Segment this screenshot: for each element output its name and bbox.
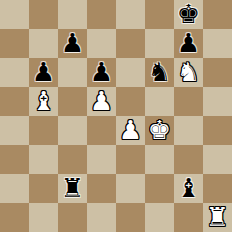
piece-black-pawn[interactable]: ♟ bbox=[61, 29, 84, 58]
square-b8[interactable] bbox=[29, 0, 58, 29]
square-a2[interactable] bbox=[0, 174, 29, 203]
square-c2[interactable]: ♜ bbox=[58, 174, 87, 203]
square-h5[interactable] bbox=[203, 87, 232, 116]
square-h7[interactable] bbox=[203, 29, 232, 58]
square-a8[interactable] bbox=[0, 0, 29, 29]
square-g7[interactable]: ♟ bbox=[174, 29, 203, 58]
square-f3[interactable] bbox=[145, 145, 174, 174]
square-g4[interactable] bbox=[174, 116, 203, 145]
square-c6[interactable] bbox=[58, 58, 87, 87]
square-d2[interactable] bbox=[87, 174, 116, 203]
square-g6[interactable]: ♞ bbox=[174, 58, 203, 87]
square-f5[interactable] bbox=[145, 87, 174, 116]
piece-white-king[interactable]: ♚ bbox=[148, 116, 171, 145]
square-e5[interactable] bbox=[116, 87, 145, 116]
square-b2[interactable] bbox=[29, 174, 58, 203]
square-d7[interactable] bbox=[87, 29, 116, 58]
piece-black-rook[interactable]: ♜ bbox=[61, 174, 84, 203]
chess-board: ♚♟♟♟♟♞♞♝♟♟♚♜♝♜ bbox=[0, 0, 232, 232]
square-d5[interactable]: ♟ bbox=[87, 87, 116, 116]
square-d8[interactable] bbox=[87, 0, 116, 29]
piece-white-pawn[interactable]: ♟ bbox=[90, 87, 113, 116]
square-c8[interactable] bbox=[58, 0, 87, 29]
square-a7[interactable] bbox=[0, 29, 29, 58]
square-f7[interactable] bbox=[145, 29, 174, 58]
square-e2[interactable] bbox=[116, 174, 145, 203]
square-c1[interactable] bbox=[58, 203, 87, 232]
piece-white-pawn[interactable]: ♟ bbox=[119, 116, 142, 145]
piece-black-bishop[interactable]: ♝ bbox=[177, 174, 200, 203]
square-f4[interactable]: ♚ bbox=[145, 116, 174, 145]
square-d6[interactable]: ♟ bbox=[87, 58, 116, 87]
piece-white-knight[interactable]: ♞ bbox=[177, 58, 200, 87]
square-e6[interactable] bbox=[116, 58, 145, 87]
square-c7[interactable]: ♟ bbox=[58, 29, 87, 58]
square-b7[interactable] bbox=[29, 29, 58, 58]
square-f6[interactable]: ♞ bbox=[145, 58, 174, 87]
square-c5[interactable] bbox=[58, 87, 87, 116]
square-b5[interactable]: ♝ bbox=[29, 87, 58, 116]
piece-white-bishop[interactable]: ♝ bbox=[32, 87, 55, 116]
square-f8[interactable] bbox=[145, 0, 174, 29]
piece-black-pawn[interactable]: ♟ bbox=[90, 58, 113, 87]
square-d4[interactable] bbox=[87, 116, 116, 145]
square-a1[interactable] bbox=[0, 203, 29, 232]
square-e8[interactable] bbox=[116, 0, 145, 29]
square-f2[interactable] bbox=[145, 174, 174, 203]
square-g2[interactable]: ♝ bbox=[174, 174, 203, 203]
piece-white-rook[interactable]: ♜ bbox=[206, 203, 229, 232]
square-b3[interactable] bbox=[29, 145, 58, 174]
square-a6[interactable] bbox=[0, 58, 29, 87]
square-h3[interactable] bbox=[203, 145, 232, 174]
square-a5[interactable] bbox=[0, 87, 29, 116]
piece-black-knight[interactable]: ♞ bbox=[148, 58, 171, 87]
square-g8[interactable]: ♚ bbox=[174, 0, 203, 29]
square-b4[interactable] bbox=[29, 116, 58, 145]
square-c3[interactable] bbox=[58, 145, 87, 174]
square-g5[interactable] bbox=[174, 87, 203, 116]
square-a4[interactable] bbox=[0, 116, 29, 145]
square-h4[interactable] bbox=[203, 116, 232, 145]
square-e3[interactable] bbox=[116, 145, 145, 174]
square-h6[interactable] bbox=[203, 58, 232, 87]
square-e7[interactable] bbox=[116, 29, 145, 58]
square-d3[interactable] bbox=[87, 145, 116, 174]
square-h1[interactable]: ♜ bbox=[203, 203, 232, 232]
piece-black-pawn[interactable]: ♟ bbox=[32, 58, 55, 87]
square-c4[interactable] bbox=[58, 116, 87, 145]
square-e4[interactable]: ♟ bbox=[116, 116, 145, 145]
square-h8[interactable] bbox=[203, 0, 232, 29]
square-e1[interactable] bbox=[116, 203, 145, 232]
piece-black-king[interactable]: ♚ bbox=[177, 0, 200, 29]
square-h2[interactable] bbox=[203, 174, 232, 203]
piece-black-pawn[interactable]: ♟ bbox=[177, 29, 200, 58]
square-b1[interactable] bbox=[29, 203, 58, 232]
square-g1[interactable] bbox=[174, 203, 203, 232]
square-g3[interactable] bbox=[174, 145, 203, 174]
square-d1[interactable] bbox=[87, 203, 116, 232]
square-a3[interactable] bbox=[0, 145, 29, 174]
square-b6[interactable]: ♟ bbox=[29, 58, 58, 87]
square-f1[interactable] bbox=[145, 203, 174, 232]
